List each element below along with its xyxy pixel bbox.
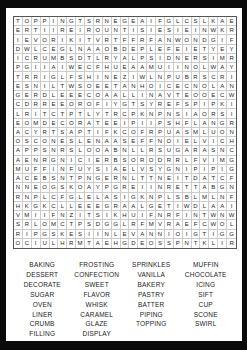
grid-cell: E [183, 26, 192, 35]
grid-cell: I [227, 109, 236, 118]
word-list-item: SWEET [85, 280, 109, 290]
grid-cell: F [174, 100, 183, 109]
grid-cell: P [76, 128, 85, 137]
grid-cell: V [32, 35, 41, 44]
grid-cell: G [50, 72, 59, 81]
grid-cell: I [50, 26, 59, 35]
grid-cell: N [147, 109, 156, 118]
grid-cell: C [165, 82, 174, 91]
grid-cell: S [138, 100, 147, 109]
grid-cell: N [23, 183, 32, 192]
grid-cell: E [50, 100, 59, 109]
grid-cell: N [156, 230, 165, 239]
grid-cell: A [174, 220, 183, 229]
grid-cell: O [174, 230, 183, 239]
grid-cell: S [174, 109, 183, 118]
grid-cell: G [103, 202, 112, 211]
grid-cell: W [227, 211, 236, 220]
grid-cell: A [121, 202, 130, 211]
grid-cell: T [50, 128, 59, 137]
grid-cell: A [94, 45, 103, 54]
grid-cell: L [129, 146, 138, 155]
grid-cell: L [165, 193, 174, 202]
grid-cell: F [67, 165, 76, 174]
grid-cell: A [129, 202, 138, 211]
grid-cell: H [227, 137, 236, 146]
grid-cell: M [76, 239, 85, 248]
grid-cell: L [227, 220, 236, 229]
grid-cell: L [183, 156, 192, 165]
grid-cell: G [121, 100, 130, 109]
grid-cell: Y [147, 100, 156, 109]
grid-cell: T [85, 211, 94, 220]
grid-cell: W [67, 63, 76, 72]
grid-cell: W [209, 211, 218, 220]
grid-cell: O [200, 91, 209, 100]
grid-cell: F [138, 220, 147, 229]
grid-cell: K [67, 35, 76, 44]
grid-cell: N [85, 174, 94, 183]
grid-cell: A [14, 146, 23, 155]
grid-cell: E [227, 17, 236, 26]
grid-cell: L [50, 239, 59, 248]
grid-cell: S [156, 239, 165, 248]
word-list-item: DESSERT [26, 270, 58, 280]
grid-cell: B [112, 146, 121, 155]
grid-cell: P [138, 54, 147, 63]
grid-cell: N [192, 82, 201, 91]
grid-cell: V [165, 91, 174, 100]
grid-cell: G [218, 183, 227, 192]
grid-cell: K [218, 26, 227, 35]
grid-cell: C [41, 45, 50, 54]
grid-cell: S [94, 165, 103, 174]
grid-cell: L [121, 91, 130, 100]
grid-cell: S [121, 156, 130, 165]
grid-cell: U [76, 165, 85, 174]
grid-cell: P [192, 100, 201, 109]
grid-cell: C [58, 220, 67, 229]
grid-cell: I [23, 230, 32, 239]
grid-cell: R [138, 156, 147, 165]
grid-cell: E [103, 174, 112, 183]
grid-cell: N [58, 156, 67, 165]
grid-cell: N [156, 137, 165, 146]
grid-cell: R [192, 72, 201, 81]
grid-cell: Y [227, 45, 236, 54]
grid-cell: G [129, 193, 138, 202]
grid-cell: R [14, 193, 23, 202]
grid-cell: T [138, 174, 147, 183]
grid-cell: Y [94, 109, 103, 118]
grid-cell: P [174, 239, 183, 248]
grid-cell: I [129, 26, 138, 35]
grid-cell: T [103, 109, 112, 118]
grid-cell: I [174, 137, 183, 146]
grid-cell: F [121, 35, 130, 44]
grid-cell: O [129, 128, 138, 137]
grid-cell: O [14, 137, 23, 146]
word-list-item: DISPLAY [83, 329, 111, 339]
grid-cell: A [174, 128, 183, 137]
grid-cell: E [85, 202, 94, 211]
grid-cell: S [200, 72, 209, 81]
grid-cell: I [165, 63, 174, 72]
grid-cell: K [138, 193, 147, 202]
grid-cell: I [85, 230, 94, 239]
grid-cell: R [156, 100, 165, 109]
grid-cell: E [76, 91, 85, 100]
grid-cell: I [218, 239, 227, 248]
grid-cell: I [200, 100, 209, 109]
word-list-item: FROSTING [79, 260, 114, 270]
grid-cell: I [227, 100, 236, 109]
grid-cell: G [50, 156, 59, 165]
grid-cell: A [85, 119, 94, 128]
word-list-item: CARAMEL [80, 310, 113, 320]
grid-cell: I [94, 128, 103, 137]
grid-cell: I [183, 230, 192, 239]
grid-cell: E [14, 26, 23, 35]
grid-cell: E [85, 193, 94, 202]
grid-cell: U [174, 72, 183, 81]
grid-cell: L [41, 193, 50, 202]
grid-cell: O [67, 119, 76, 128]
grid-cell: N [218, 193, 227, 202]
grid-cell: R [103, 156, 112, 165]
grid-cell: N [58, 211, 67, 220]
grid-cell: I [174, 63, 183, 72]
grid-cell: N [50, 137, 59, 146]
grid-cell: L [200, 17, 209, 26]
grid-cell: R [76, 100, 85, 109]
grid-cell: P [129, 119, 138, 128]
grid-cell: A [200, 119, 209, 128]
grid-cell: S [94, 211, 103, 220]
grid-cell: C [85, 63, 94, 72]
grid-cell: C [121, 128, 130, 137]
grid-cell: I [174, 26, 183, 35]
grid-cell: I [41, 26, 50, 35]
grid-cell: I [76, 211, 85, 220]
grid-cell: H [174, 119, 183, 128]
worksheet-page: TOPPINGTSRNEGEAIFGLCSLKAEERTIIREIROUNTIS… [6, 8, 242, 341]
grid-cell: R [227, 54, 236, 63]
grid-cell: A [200, 174, 209, 183]
grid-cell: I [41, 82, 50, 91]
grid-cell: M [14, 165, 23, 174]
grid-cell: I [41, 63, 50, 72]
grid-cell: L [209, 193, 218, 202]
grid-cell: R [41, 128, 50, 137]
grid-cell: F [227, 35, 236, 44]
grid-cell: N [103, 17, 112, 26]
grid-cell: L [209, 82, 218, 91]
grid-cell: I [32, 109, 41, 118]
grid-cell: D [200, 35, 209, 44]
grid-cell: H [103, 63, 112, 72]
grid-cell: E [121, 63, 130, 72]
grid-cell: C [32, 137, 41, 146]
grid-cell: E [129, 183, 138, 192]
grid-cell: R [227, 26, 236, 35]
grid-cell: C [50, 193, 59, 202]
grid-cell: O [147, 82, 156, 91]
grid-cell: E [156, 202, 165, 211]
grid-cell: E [165, 100, 174, 109]
grid-cell: E [94, 82, 103, 91]
grid-cell: F [174, 211, 183, 220]
word-search-grid: TOPPINGTSRNEGEAIFGLCSLKAEERTIIREIROUNTIS… [13, 16, 237, 249]
grid-cell: R [192, 54, 201, 63]
grid-cell: U [165, 128, 174, 137]
grid-cell: A [200, 146, 209, 155]
grid-cell: R [14, 230, 23, 239]
grid-cell: D [192, 202, 201, 211]
grid-cell: F [129, 35, 138, 44]
grid-cell: T [192, 239, 201, 248]
grid-cell: P [138, 45, 147, 54]
grid-cell: A [121, 82, 130, 91]
grid-cell: A [129, 63, 138, 72]
grid-cell: E [156, 26, 165, 35]
grid-cell: A [67, 128, 76, 137]
grid-cell: N [156, 183, 165, 192]
grid-cell: F [94, 63, 103, 72]
grid-cell: M [147, 63, 156, 72]
grid-cell: R [218, 72, 227, 81]
grid-cell: P [23, 146, 32, 155]
grid-cell: N [165, 109, 174, 118]
grid-cell: E [112, 72, 121, 81]
word-list-item: SUGAR [30, 290, 54, 300]
grid-cell: N [227, 128, 236, 137]
grid-cell: E [23, 156, 32, 165]
grid-cell: O [218, 220, 227, 229]
word-list-item: CUP [199, 300, 213, 310]
grid-cell: K [138, 109, 147, 118]
grid-cell: N [58, 174, 67, 183]
grid-cell: T [85, 128, 94, 137]
grid-cell: I [209, 137, 218, 146]
grid-cell: G [174, 146, 183, 155]
grid-cell: D [129, 239, 138, 248]
grid-cell: G [121, 17, 130, 26]
grid-cell: G [112, 183, 121, 192]
grid-cell: A [94, 239, 103, 248]
grid-cell: P [14, 63, 23, 72]
grid-cell: F [67, 72, 76, 81]
grid-cell: D [192, 174, 201, 183]
grid-cell: O [67, 100, 76, 109]
grid-cell: C [23, 174, 32, 183]
grid-cell: T [192, 183, 201, 192]
grid-cell: T [58, 82, 67, 91]
grid-cell: S [183, 128, 192, 137]
grid-cell: F [227, 174, 236, 183]
grid-cell: A [103, 137, 112, 146]
grid-cell: H [58, 239, 67, 248]
grid-cell: I [192, 26, 201, 35]
grid-cell: S [41, 146, 50, 155]
grid-cell: T [174, 91, 183, 100]
grid-cell: C [209, 72, 218, 81]
grid-cell: R [147, 146, 156, 155]
grid-cell: O [192, 91, 201, 100]
grid-cell: W [209, 220, 218, 229]
grid-cell: L [94, 193, 103, 202]
grid-cell: V [156, 220, 165, 229]
grid-cell: I [147, 17, 156, 26]
grid-cell: D [76, 54, 85, 63]
grid-cell: P [156, 109, 165, 118]
grid-cell: I [121, 119, 130, 128]
grid-cell: T [14, 72, 23, 81]
grid-cell: R [23, 26, 32, 35]
grid-cell: P [165, 72, 174, 81]
grid-cell: P [32, 193, 41, 202]
word-list-item: FLAVOR [83, 290, 110, 300]
grid-cell: G [103, 220, 112, 229]
grid-cell: G [227, 230, 236, 239]
grid-cell: I [85, 156, 94, 165]
grid-cell: D [156, 156, 165, 165]
grid-cell: R [94, 17, 103, 26]
grid-cell: E [103, 119, 112, 128]
grid-cell: G [209, 35, 218, 44]
grid-cell: R [227, 239, 236, 248]
grid-cell: E [58, 137, 67, 146]
grid-cell: E [103, 82, 112, 91]
grid-cell: I [183, 109, 192, 118]
grid-cell: G [218, 230, 227, 239]
word-list-column: FROSTINGCONFECTIONSWEETFLAVORWHISKCARAME… [71, 260, 124, 342]
word-list-item: PIPING [140, 310, 163, 320]
grid-cell: N [112, 26, 121, 35]
grid-cell: R [227, 119, 236, 128]
grid-cell: R [32, 100, 41, 109]
grid-cell: L [192, 119, 201, 128]
grid-cell: F [50, 211, 59, 220]
grid-cell: L [129, 165, 138, 174]
grid-cell: T [94, 119, 103, 128]
grid-cell: O [165, 137, 174, 146]
grid-cell: K [200, 239, 209, 248]
grid-cell: V [129, 230, 138, 239]
grid-cell: R [23, 109, 32, 118]
grid-cell: I [227, 72, 236, 81]
grid-cell: P [103, 183, 112, 192]
grid-cell: I [76, 26, 85, 35]
grid-cell: E [183, 54, 192, 63]
grid-cell: L [14, 109, 23, 118]
grid-cell: I [147, 183, 156, 192]
grid-cell: B [112, 156, 121, 165]
grid-cell: I [200, 165, 209, 174]
grid-cell: A [138, 230, 147, 239]
grid-cell: L [50, 82, 59, 91]
grid-cell: O [85, 146, 94, 155]
grid-cell: E [94, 202, 103, 211]
grid-cell: C [218, 137, 227, 146]
grid-cell: C [227, 146, 236, 155]
grid-cell: T [112, 35, 121, 44]
word-list-item: FILLING [29, 329, 55, 339]
grid-cell: T [183, 183, 192, 192]
grid-cell: T [67, 174, 76, 183]
grid-cell: T [112, 82, 121, 91]
grid-cell: E [32, 183, 41, 192]
grid-cell: E [76, 202, 85, 211]
grid-cell: T [85, 35, 94, 44]
grid-cell: R [32, 91, 41, 100]
grid-cell: R [58, 26, 67, 35]
grid-cell: R [67, 239, 76, 248]
grid-cell: I [183, 45, 192, 54]
grid-cell: S [50, 174, 59, 183]
grid-cell: H [112, 239, 121, 248]
grid-cell: E [14, 119, 23, 128]
word-list-item: ICING [196, 280, 215, 290]
grid-cell: N [76, 45, 85, 54]
grid-cell: A [200, 183, 209, 192]
grid-cell: C [23, 54, 32, 63]
grid-cell: V [138, 165, 147, 174]
grid-cell: Y [112, 54, 121, 63]
grid-cell: I [103, 100, 112, 109]
grid-cell: N [156, 72, 165, 81]
grid-cell: S [165, 26, 174, 35]
grid-cell: S [121, 137, 130, 146]
grid-cell: S [23, 137, 32, 146]
grid-cell: A [85, 45, 94, 54]
grid-cell: R [50, 35, 59, 44]
grid-cell: N [174, 165, 183, 174]
grid-cell: M [218, 156, 227, 165]
grid-cell: A [156, 91, 165, 100]
grid-cell: O [147, 156, 156, 165]
grid-cell: G [50, 183, 59, 192]
grid-cell: U [41, 54, 50, 63]
grid-cell: E [183, 220, 192, 229]
grid-cell: P [41, 17, 50, 26]
grid-cell: I [147, 26, 156, 35]
grid-cell: N [147, 230, 156, 239]
grid-cell: E [121, 165, 130, 174]
grid-cell: E [112, 17, 121, 26]
grid-cell: A [112, 137, 121, 146]
grid-cell: F [94, 100, 103, 109]
grid-cell: D [23, 100, 32, 109]
grid-cell: T [85, 54, 94, 63]
grid-cell: C [58, 119, 67, 128]
grid-cell: B [112, 45, 121, 54]
grid-cell: I [209, 156, 218, 165]
grid-cell: B [209, 183, 218, 192]
grid-cell: E [129, 17, 138, 26]
grid-cell: O [147, 239, 156, 248]
grid-cell: E [23, 91, 32, 100]
grid-cell: I [165, 230, 174, 239]
grid-cell: O [94, 146, 103, 155]
grid-cell: K [67, 183, 76, 192]
grid-cell: A [121, 54, 130, 63]
grid-cell: I [209, 230, 218, 239]
word-list-item: BATTER [138, 300, 164, 310]
grid-cell: T [183, 174, 192, 183]
grid-cell: P [67, 109, 76, 118]
grid-cell: R [129, 220, 138, 229]
